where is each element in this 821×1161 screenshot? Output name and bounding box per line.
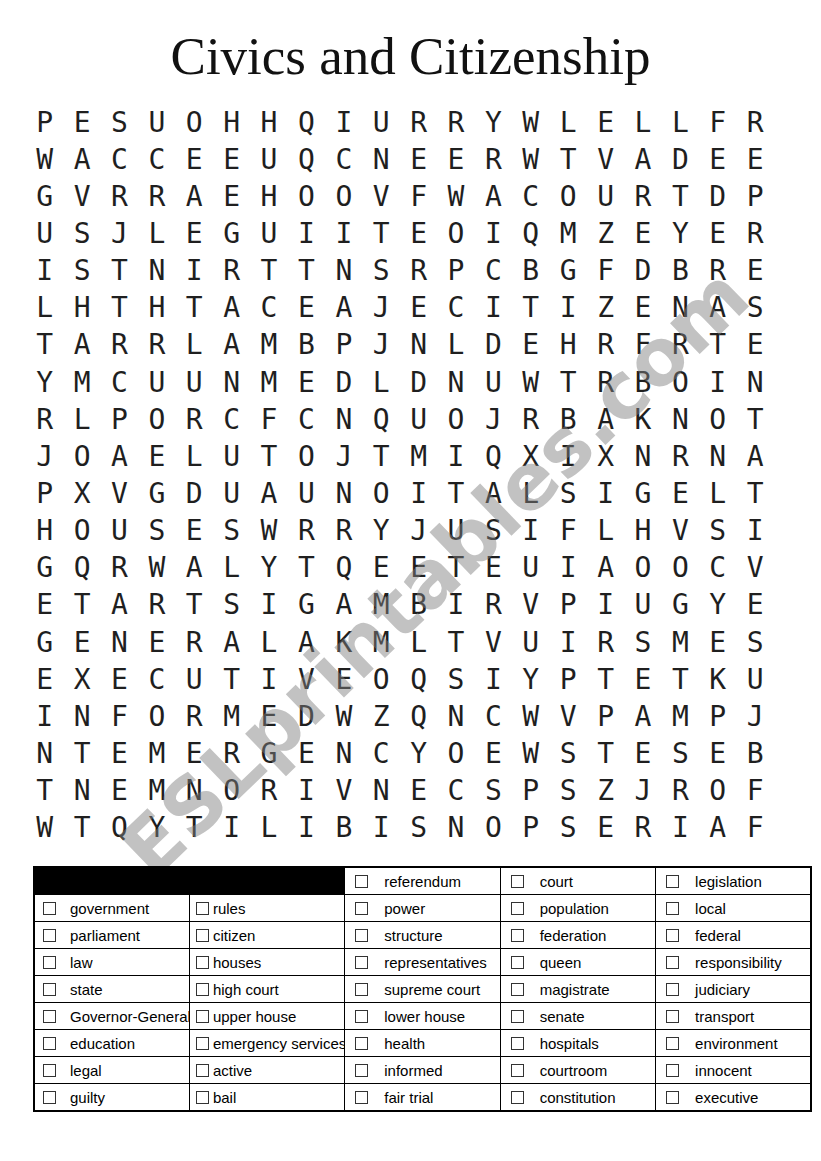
grid-cell: U [437, 513, 474, 550]
grid-cell: C [475, 253, 512, 290]
checkbox-icon[interactable] [196, 902, 209, 915]
word-label: health [384, 1035, 425, 1052]
grid-cell: N [624, 438, 661, 475]
grid-cell: A [288, 624, 325, 661]
word-cell: parliament [34, 922, 189, 949]
grid-cell: N [437, 698, 474, 735]
grid-cell: R [138, 327, 175, 364]
grid-cell: L [624, 104, 661, 141]
grid-cell: A [213, 327, 250, 364]
grid-cell: L [587, 513, 624, 550]
grid-cell: E [288, 290, 325, 327]
grid-cell: V [587, 141, 624, 178]
checkbox-icon[interactable] [666, 1037, 679, 1050]
grid-cell: G [549, 253, 586, 290]
word-cell-content: active [190, 1057, 344, 1083]
grid-cell: I [363, 810, 400, 847]
grid-cell: T [176, 290, 213, 327]
checkbox-icon[interactable] [355, 929, 368, 942]
grid-cell: E [736, 587, 773, 624]
checkbox-icon[interactable] [196, 956, 209, 969]
checkbox-icon[interactable] [666, 1091, 679, 1104]
grid-cell: D [176, 475, 213, 512]
grid-cell: Q [325, 550, 362, 587]
grid-cell: L [213, 550, 250, 587]
grid-cell: M [250, 364, 287, 401]
grid-cell: T [549, 364, 586, 401]
word-list-row: legalactiveinformedcourtroominnocent [34, 1057, 811, 1084]
word-label: high court [213, 981, 279, 998]
checkbox-icon[interactable] [666, 1010, 679, 1023]
grid-cell: L [400, 624, 437, 661]
checkbox-icon[interactable] [355, 875, 368, 888]
grid-cell: E [736, 327, 773, 364]
grid-cell: A [325, 587, 362, 624]
grid-cell: R [101, 550, 138, 587]
word-label: state [70, 981, 103, 998]
grid-cell: R [138, 178, 175, 215]
word-cell: population [500, 895, 655, 922]
grid-cell: G [26, 178, 63, 215]
checkbox-icon[interactable] [511, 1037, 524, 1050]
word-cell-content: Governor-General [35, 1003, 189, 1029]
grid-cell: P [549, 587, 586, 624]
grid-cell: A [325, 290, 362, 327]
checkbox-icon[interactable] [355, 983, 368, 996]
word-cell-content: government [35, 895, 189, 921]
checkbox-icon[interactable] [355, 956, 368, 969]
word-cell-content: education [35, 1030, 189, 1056]
checkbox-icon[interactable] [43, 1037, 56, 1050]
grid-cell: T [101, 290, 138, 327]
checkbox-icon[interactable] [43, 956, 56, 969]
grid-cell: C [101, 364, 138, 401]
grid-cell: S [63, 215, 100, 252]
word-cell: bail [189, 1084, 344, 1112]
grid-cell: R [475, 141, 512, 178]
grid-cell: J [736, 698, 773, 735]
word-cell: innocent [656, 1057, 811, 1084]
grid-cell: I [549, 438, 586, 475]
grid-cell: V [363, 178, 400, 215]
grid-cell: P [26, 104, 63, 141]
checkbox-icon[interactable] [355, 1037, 368, 1050]
grid-cell: G [250, 735, 287, 772]
grid-cell: O [437, 215, 474, 252]
grid-cell: W [26, 810, 63, 847]
grid-cell: X [512, 438, 549, 475]
grid-cell: C [101, 141, 138, 178]
grid-cell: F [624, 327, 661, 364]
grid-cell: J [475, 401, 512, 438]
grid-cell: E [400, 215, 437, 252]
word-cell: queen [500, 949, 655, 976]
grid-cell: P [101, 401, 138, 438]
checkbox-icon[interactable] [43, 929, 56, 942]
grid-cell: O [138, 698, 175, 735]
grid-cell: T [363, 215, 400, 252]
grid-cell: E [512, 327, 549, 364]
checkbox-icon[interactable] [43, 983, 56, 996]
grid-cell: N [699, 438, 736, 475]
grid-cell: A [624, 141, 661, 178]
grid-cell: V [63, 178, 100, 215]
grid-cell: G [624, 475, 661, 512]
word-cell-content: upper house [190, 1003, 344, 1029]
word-cell: transport [656, 1003, 811, 1030]
word-cell-content: magistrate [501, 976, 655, 1002]
grid-cell: I [475, 661, 512, 698]
checkbox-icon[interactable] [355, 1091, 368, 1104]
grid-cell: C [363, 735, 400, 772]
word-cell: environment [656, 1030, 811, 1057]
grid-cell: I [288, 215, 325, 252]
grid-cell: X [63, 475, 100, 512]
grid-cell: W [138, 550, 175, 587]
word-cell: court [500, 867, 655, 895]
grid-cell: C [475, 698, 512, 735]
checkbox-icon[interactable] [355, 902, 368, 915]
grid-cell: O [699, 401, 736, 438]
word-cell-content: federal [656, 922, 810, 948]
word-label: citizen [213, 927, 256, 944]
grid-cell: E [176, 513, 213, 550]
grid-cell: D [662, 141, 699, 178]
word-cell: senate [500, 1003, 655, 1030]
word-cell-content: guilty [35, 1084, 189, 1110]
word-label: fair trial [384, 1089, 433, 1106]
word-cell: magistrate [500, 976, 655, 1003]
grid-cell: R [736, 104, 773, 141]
checkbox-icon[interactable] [666, 875, 679, 888]
word-cell: education [34, 1030, 189, 1057]
grid-cell: N [213, 364, 250, 401]
word-label: guilty [70, 1089, 105, 1106]
checkbox-icon[interactable] [43, 1091, 56, 1104]
grid-cell: G [26, 624, 63, 661]
word-list-body: referendumcourtlegislationgovernmentrule… [34, 867, 811, 1111]
checkbox-icon[interactable] [511, 1064, 524, 1077]
grid-cell: M [250, 327, 287, 364]
checkbox-icon[interactable] [511, 983, 524, 996]
word-list-row: guiltybailfair trialconstitutionexecutiv… [34, 1084, 811, 1112]
word-cell-content: local [656, 895, 810, 921]
checkbox-icon[interactable] [511, 1010, 524, 1023]
page-title: Civics and Citizenship [0, 26, 821, 86]
grid-cell: T [101, 253, 138, 290]
grid-cell: N [363, 773, 400, 810]
word-label: legal [70, 1062, 102, 1079]
word-cell-content: innocent [656, 1057, 810, 1083]
grid-cell: A [176, 178, 213, 215]
grid-cell: R [176, 698, 213, 735]
grid-cell: H [26, 513, 63, 550]
checkbox-icon[interactable] [511, 1091, 524, 1104]
word-cell-content: representatives [345, 949, 499, 975]
grid-cell: U [475, 364, 512, 401]
word-cell-content: federation [501, 922, 655, 948]
grid-cell: L [662, 104, 699, 141]
grid-cell: E [176, 215, 213, 252]
grid-cell: E [736, 141, 773, 178]
grid-cell: W [26, 141, 63, 178]
grid-cell: O [63, 438, 100, 475]
grid-cell: B [549, 401, 586, 438]
grid-cell: Q [101, 810, 138, 847]
grid-cell: C [213, 401, 250, 438]
checkbox-icon[interactable] [666, 929, 679, 942]
checkbox-icon[interactable] [43, 1010, 56, 1023]
grid-cell: Z [587, 290, 624, 327]
checkbox-icon[interactable] [43, 1064, 56, 1077]
word-cell: emergency services [189, 1030, 344, 1057]
grid-cell: L [512, 475, 549, 512]
checkbox-icon[interactable] [666, 983, 679, 996]
grid-cell: H [63, 290, 100, 327]
grid-cell: I [437, 587, 474, 624]
checkbox-icon[interactable] [196, 929, 209, 942]
grid-cell: R [101, 178, 138, 215]
word-cell: federal [656, 922, 811, 949]
word-label: innocent [695, 1062, 752, 1079]
word-cell-content: rules [190, 895, 344, 921]
grid-cell: T [26, 773, 63, 810]
grid-cell: R [400, 104, 437, 141]
grid-cell: E [63, 104, 100, 141]
word-cell-content: courtroom [501, 1057, 655, 1083]
checkbox-icon[interactable] [511, 875, 524, 888]
grid-cell: I [176, 253, 213, 290]
grid-cell: R [512, 401, 549, 438]
word-cell-content: responsibility [656, 949, 810, 975]
grid-cell: A [213, 290, 250, 327]
word-label: population [540, 900, 609, 917]
grid-cell: E [400, 773, 437, 810]
grid-cell: Q [400, 698, 437, 735]
grid-cell: Y [699, 587, 736, 624]
grid-cell: Y [400, 735, 437, 772]
grid-cell: O [549, 178, 586, 215]
grid-cell: Y [662, 215, 699, 252]
grid-cell: F [736, 810, 773, 847]
word-label: executive [695, 1089, 758, 1106]
grid-cell: M [213, 698, 250, 735]
grid-cell: A [213, 624, 250, 661]
word-cell-content: high court [190, 976, 344, 1002]
checkbox-icon[interactable] [43, 902, 56, 915]
grid-cell: A [101, 438, 138, 475]
word-cell: responsibility [656, 949, 811, 976]
grid-cell: E [250, 698, 287, 735]
grid-cell: O [662, 550, 699, 587]
grid-cell: U [176, 661, 213, 698]
grid-cell: B [662, 253, 699, 290]
checkbox-icon[interactable] [196, 1091, 209, 1104]
word-label: hospitals [540, 1035, 599, 1052]
grid-cell: Z [587, 215, 624, 252]
grid-cell: U [250, 215, 287, 252]
checkbox-icon[interactable] [511, 902, 524, 915]
word-label: power [384, 900, 425, 917]
word-list-row: Governor-Generalupper houselower housese… [34, 1003, 811, 1030]
word-cell-content: population [501, 895, 655, 921]
grid-cell: T [363, 438, 400, 475]
word-label: federation [540, 927, 607, 944]
grid-cell: R [138, 587, 175, 624]
word-label: bail [213, 1089, 236, 1106]
checkbox-icon[interactable] [196, 983, 209, 996]
grid-cell: A [587, 401, 624, 438]
grid-cell: P [325, 327, 362, 364]
checkbox-icon[interactable] [355, 1010, 368, 1023]
grid-cell: V [549, 698, 586, 735]
word-list-row: statehigh courtsupreme courtmagistrateju… [34, 976, 811, 1003]
grid-cell: T [288, 253, 325, 290]
grid-cell: E [26, 661, 63, 698]
grid-cell: I [26, 698, 63, 735]
grid-cell: L [250, 810, 287, 847]
checkbox-icon[interactable] [196, 1010, 209, 1023]
grid-cell: E [213, 178, 250, 215]
grid-cell: D [699, 178, 736, 215]
grid-cell: W [437, 178, 474, 215]
word-cell-content: structure [345, 922, 499, 948]
grid-cell: R [736, 215, 773, 252]
grid-cell: U [512, 624, 549, 661]
word-label: active [213, 1062, 252, 1079]
grid-cell: W [512, 104, 549, 141]
grid-cell: Y [512, 661, 549, 698]
grid-cell: V [736, 550, 773, 587]
word-cell: guilty [34, 1084, 189, 1112]
grid-cell: F [101, 698, 138, 735]
grid-cell: O [363, 661, 400, 698]
grid-cell: R [624, 810, 661, 847]
grid-cell: R [176, 624, 213, 661]
grid-cell: P [512, 810, 549, 847]
grid-cell: I [475, 290, 512, 327]
grid-cell: E [624, 290, 661, 327]
grid-cell: B [325, 810, 362, 847]
grid-cell: O [288, 438, 325, 475]
grid-cell: I [400, 475, 437, 512]
grid-cell: E [138, 438, 175, 475]
grid-cell: Y [250, 550, 287, 587]
word-cell: constitution [500, 1084, 655, 1112]
grid-cell: B [736, 735, 773, 772]
grid-cell: E [213, 141, 250, 178]
grid-cell: E [699, 141, 736, 178]
checkbox-icon[interactable] [196, 1064, 209, 1077]
grid-cell: E [624, 661, 661, 698]
word-list-row: referendumcourtlegislation [34, 867, 811, 895]
grid-cell: U [138, 364, 175, 401]
grid-cell: V [512, 587, 549, 624]
grid-cell: O [437, 401, 474, 438]
checkbox-icon[interactable] [666, 956, 679, 969]
grid-cell: E [587, 810, 624, 847]
grid-cell: O [63, 513, 100, 550]
grid-cell: S [549, 810, 586, 847]
grid-cell: F [400, 178, 437, 215]
grid-cell: I [26, 253, 63, 290]
grid-cell: F [587, 253, 624, 290]
grid-cell: I [325, 215, 362, 252]
grid-cell: T [437, 475, 474, 512]
grid-cell: Q [363, 401, 400, 438]
checkbox-icon[interactable] [196, 1037, 209, 1050]
word-label: structure [384, 927, 442, 944]
grid-cell: I [250, 587, 287, 624]
grid-cell: E [624, 215, 661, 252]
grid-cell: E [699, 215, 736, 252]
grid-cell: N [325, 735, 362, 772]
grid-cell: J [363, 290, 400, 327]
word-cell: federation [500, 922, 655, 949]
grid-cell: U [101, 513, 138, 550]
grid-cell: O [437, 735, 474, 772]
grid-cell: Q [475, 438, 512, 475]
checkbox-icon[interactable] [666, 902, 679, 915]
word-cell: law [34, 949, 189, 976]
word-cell-content: judiciary [656, 976, 810, 1002]
grid-cell: R [662, 438, 699, 475]
grid-cell: Y [26, 364, 63, 401]
grid-cell: F [549, 513, 586, 550]
grid-cell: R [288, 513, 325, 550]
grid-cell: G [213, 215, 250, 252]
grid-cell: E [437, 141, 474, 178]
grid-cell: C [288, 401, 325, 438]
word-label: parliament [70, 927, 140, 944]
grid-cell: U [363, 104, 400, 141]
grid-cell: O [213, 773, 250, 810]
checkbox-icon[interactable] [666, 1064, 679, 1077]
grid-cell: E [325, 661, 362, 698]
word-cell-content: health [345, 1030, 499, 1056]
grid-cell: O [176, 104, 213, 141]
grid-cell: T [176, 810, 213, 847]
grid-cell: O [325, 178, 362, 215]
grid-cell: T [63, 810, 100, 847]
checkbox-icon[interactable] [355, 1064, 368, 1077]
grid-cell: H [138, 290, 175, 327]
grid-cell: D [624, 253, 661, 290]
grid-cell: A [63, 141, 100, 178]
word-cell-content: law [35, 949, 189, 975]
checkbox-icon[interactable] [511, 929, 524, 942]
word-label: government [70, 900, 149, 917]
grid-cell: R [662, 773, 699, 810]
grid-cell: R [475, 587, 512, 624]
grid-cell: M [400, 438, 437, 475]
word-cell: legislation [656, 867, 811, 895]
grid-cell: T [63, 587, 100, 624]
grid-cell: P [587, 698, 624, 735]
word-cell-content: bail [190, 1084, 344, 1110]
grid-cell: L [138, 215, 175, 252]
grid-cell: W [250, 513, 287, 550]
grid-cell: E [288, 364, 325, 401]
grid-cell: O [699, 773, 736, 810]
grid-cell: T [288, 550, 325, 587]
grid-cell: W [512, 735, 549, 772]
checkbox-icon[interactable] [511, 956, 524, 969]
word-cell: fair trial [345, 1084, 500, 1112]
grid-cell: A [475, 178, 512, 215]
grid-cell: R [587, 624, 624, 661]
grid-cell: Z [587, 773, 624, 810]
